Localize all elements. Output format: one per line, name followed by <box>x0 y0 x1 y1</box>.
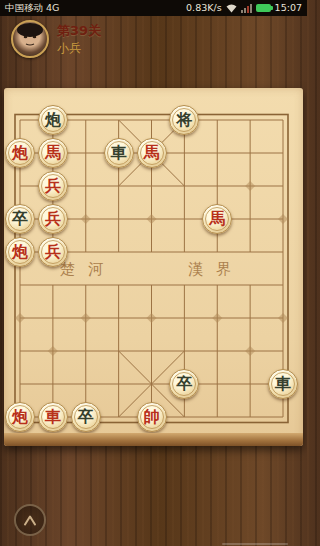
status-bar: 中国移动 4G 0.83K/s 15:07 <box>0 0 307 16</box>
river-label-right: 漢界 <box>188 260 244 279</box>
home-indicator <box>222 543 288 545</box>
black-piece-卒[interactable]: 卒 <box>71 402 101 432</box>
avatar-face-icon <box>13 22 47 56</box>
black-piece-車[interactable]: 車 <box>268 369 298 399</box>
level-subtitle: 小兵 <box>57 40 81 57</box>
red-piece-馬[interactable]: 馬 <box>38 138 68 168</box>
red-piece-帥[interactable]: 帥 <box>137 402 167 432</box>
red-piece-炮[interactable]: 炮 <box>5 237 35 267</box>
opponent-avatar[interactable] <box>11 20 49 58</box>
chevron-up-icon <box>22 514 38 526</box>
red-piece-馬[interactable]: 馬 <box>137 138 167 168</box>
menu-fab-button[interactable] <box>14 504 46 536</box>
red-piece-兵[interactable]: 兵 <box>38 237 68 267</box>
black-piece-炮[interactable]: 炮 <box>38 105 68 135</box>
wifi-icon <box>226 4 237 13</box>
red-piece-車[interactable]: 車 <box>38 402 68 432</box>
river-label-left: 楚河 <box>60 260 116 279</box>
signal-icon <box>241 4 252 13</box>
carrier-label: 中国移动 4G <box>5 0 59 16</box>
red-piece-炮[interactable]: 炮 <box>5 138 35 168</box>
level-title: 第39关 <box>57 22 101 40</box>
battery-icon <box>256 4 271 12</box>
board-edge <box>4 433 303 446</box>
clock-label: 15:07 <box>275 0 302 16</box>
net-speed-label: 0.83K/s <box>186 0 222 16</box>
xiangqi-board[interactable]: 楚河 漢界 炮将炮馬車馬兵卒兵馬炮兵卒車炮車卒帥 <box>4 88 303 446</box>
level-header: 第39关 小兵 <box>0 16 307 88</box>
red-piece-炮[interactable]: 炮 <box>5 402 35 432</box>
red-piece-兵[interactable]: 兵 <box>38 204 68 234</box>
black-piece-車[interactable]: 車 <box>104 138 134 168</box>
red-piece-兵[interactable]: 兵 <box>38 171 68 201</box>
black-piece-卒[interactable]: 卒 <box>5 204 35 234</box>
